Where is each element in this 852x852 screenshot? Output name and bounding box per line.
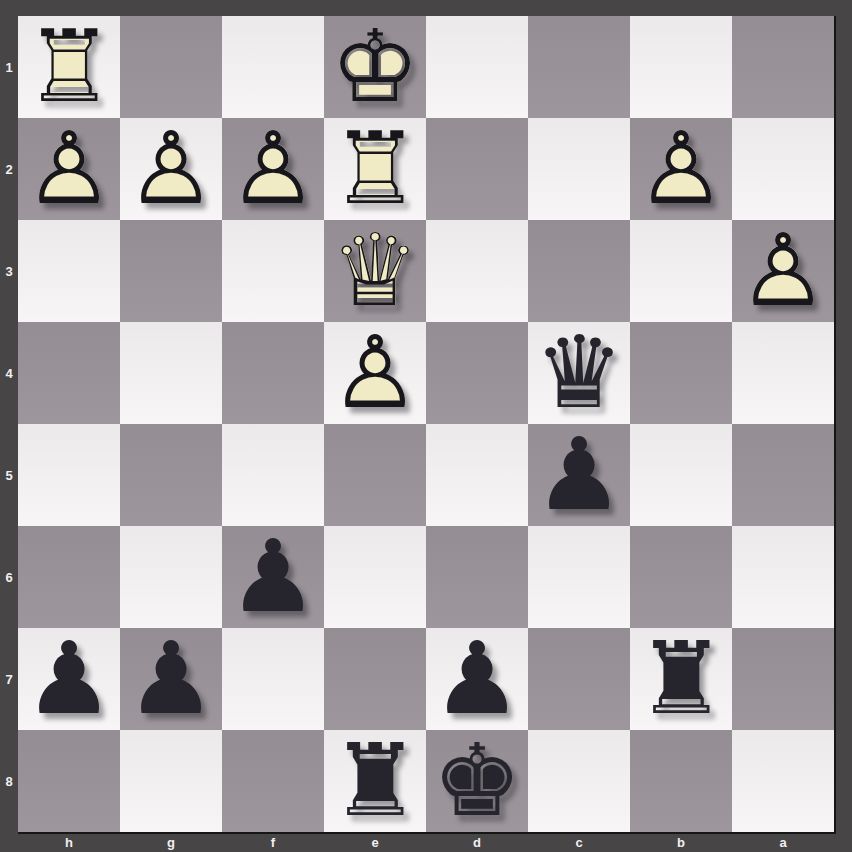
black-king[interactable]: ♚ (432, 731, 522, 831)
rank-label-7: 7 (0, 628, 18, 730)
square-c8[interactable] (528, 730, 630, 832)
square-b1[interactable] (630, 16, 732, 118)
rank-label-2: 2 (0, 118, 18, 220)
square-a6[interactable] (732, 526, 834, 628)
white-pawn[interactable]: ♟ (228, 119, 318, 219)
square-e4[interactable]: ♟ (324, 322, 426, 424)
rank-label-4: 4 (0, 322, 18, 424)
black-pawn[interactable]: ♟ (432, 629, 522, 729)
square-g4[interactable] (120, 322, 222, 424)
file-labels: hgfedcba (18, 835, 834, 852)
white-pawn[interactable]: ♟ (330, 323, 420, 423)
square-d7[interactable]: ♟ (426, 628, 528, 730)
white-pawn[interactable]: ♟ (738, 221, 828, 321)
square-f8[interactable] (222, 730, 324, 832)
square-c1[interactable] (528, 16, 630, 118)
white-pawn[interactable]: ♟ (636, 119, 726, 219)
square-a5[interactable] (732, 424, 834, 526)
square-d6[interactable] (426, 526, 528, 628)
square-c6[interactable] (528, 526, 630, 628)
square-d8[interactable]: ♚ (426, 730, 528, 832)
white-king[interactable]: ♚ (330, 17, 420, 117)
chess-board: ♜♚♟♟♟♜♟♛♟♟♛♟♟♟♟♟♜♜♚ (18, 16, 836, 834)
file-label-c: c (528, 835, 630, 852)
board-frame: 12345678 ♜♚♟♟♟♜♟♛♟♟♛♟♟♟♟♟♜♜♚ hgfedcba (0, 0, 852, 852)
square-d2[interactable] (426, 118, 528, 220)
file-label-h: h (18, 835, 120, 852)
black-pawn[interactable]: ♟ (24, 629, 114, 729)
white-rook[interactable]: ♜ (330, 119, 420, 219)
square-e3[interactable]: ♛ (324, 220, 426, 322)
rank-label-8: 8 (0, 730, 18, 832)
file-label-a: a (732, 835, 834, 852)
square-e2[interactable]: ♜ (324, 118, 426, 220)
square-h3[interactable] (18, 220, 120, 322)
file-label-e: e (324, 835, 426, 852)
black-pawn[interactable]: ♟ (534, 425, 624, 525)
square-a1[interactable] (732, 16, 834, 118)
square-h2[interactable]: ♟ (18, 118, 120, 220)
square-b7[interactable]: ♜ (630, 628, 732, 730)
square-g3[interactable] (120, 220, 222, 322)
square-a7[interactable] (732, 628, 834, 730)
square-h4[interactable] (18, 322, 120, 424)
square-d1[interactable] (426, 16, 528, 118)
square-b8[interactable] (630, 730, 732, 832)
square-d3[interactable] (426, 220, 528, 322)
square-a3[interactable]: ♟ (732, 220, 834, 322)
rank-label-5: 5 (0, 424, 18, 526)
square-f7[interactable] (222, 628, 324, 730)
square-h5[interactable] (18, 424, 120, 526)
square-e5[interactable] (324, 424, 426, 526)
square-g7[interactable]: ♟ (120, 628, 222, 730)
file-label-g: g (120, 835, 222, 852)
black-rook[interactable]: ♜ (330, 731, 420, 831)
white-queen[interactable]: ♛ (330, 221, 420, 321)
black-pawn[interactable]: ♟ (228, 527, 318, 627)
file-label-b: b (630, 835, 732, 852)
square-c2[interactable] (528, 118, 630, 220)
square-f1[interactable] (222, 16, 324, 118)
white-rook[interactable]: ♜ (24, 17, 114, 117)
square-g6[interactable] (120, 526, 222, 628)
rank-label-3: 3 (0, 220, 18, 322)
file-label-f: f (222, 835, 324, 852)
black-queen[interactable]: ♛ (534, 323, 624, 423)
square-f2[interactable]: ♟ (222, 118, 324, 220)
white-pawn[interactable]: ♟ (126, 119, 216, 219)
square-b5[interactable] (630, 424, 732, 526)
square-d5[interactable] (426, 424, 528, 526)
square-b6[interactable] (630, 526, 732, 628)
square-a2[interactable] (732, 118, 834, 220)
square-b2[interactable]: ♟ (630, 118, 732, 220)
square-g5[interactable] (120, 424, 222, 526)
square-f3[interactable] (222, 220, 324, 322)
rank-labels: 12345678 (0, 16, 18, 832)
square-b4[interactable] (630, 322, 732, 424)
rank-label-1: 1 (0, 16, 18, 118)
rank-label-6: 6 (0, 526, 18, 628)
square-h1[interactable]: ♜ (18, 16, 120, 118)
square-g2[interactable]: ♟ (120, 118, 222, 220)
square-f5[interactable] (222, 424, 324, 526)
square-e8[interactable]: ♜ (324, 730, 426, 832)
square-f4[interactable] (222, 322, 324, 424)
black-rook[interactable]: ♜ (636, 629, 726, 729)
square-e7[interactable] (324, 628, 426, 730)
square-h6[interactable] (18, 526, 120, 628)
square-a4[interactable] (732, 322, 834, 424)
square-h7[interactable]: ♟ (18, 628, 120, 730)
square-e6[interactable] (324, 526, 426, 628)
square-e1[interactable]: ♚ (324, 16, 426, 118)
square-f6[interactable]: ♟ (222, 526, 324, 628)
square-c7[interactable] (528, 628, 630, 730)
square-a8[interactable] (732, 730, 834, 832)
white-pawn[interactable]: ♟ (24, 119, 114, 219)
square-g8[interactable] (120, 730, 222, 832)
black-pawn[interactable]: ♟ (126, 629, 216, 729)
square-c3[interactable] (528, 220, 630, 322)
square-c4[interactable]: ♛ (528, 322, 630, 424)
square-d4[interactable] (426, 322, 528, 424)
square-h8[interactable] (18, 730, 120, 832)
file-label-d: d (426, 835, 528, 852)
square-b3[interactable] (630, 220, 732, 322)
square-c5[interactable]: ♟ (528, 424, 630, 526)
square-g1[interactable] (120, 16, 222, 118)
